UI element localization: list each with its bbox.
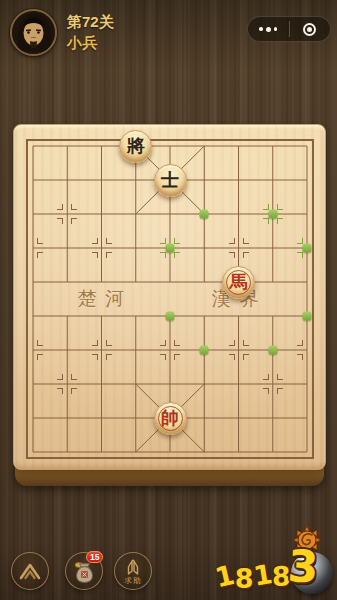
- watermark-digit: 8: [235, 565, 254, 592]
- wechat-capsule: [247, 16, 331, 42]
- red-piece-帥[interactable]: 帥: [154, 402, 187, 435]
- watermark-text: 18183: [213, 540, 320, 593]
- level-title: 第72关: [67, 13, 114, 32]
- collapse-button[interactable]: [11, 552, 49, 590]
- move-hint-dot[interactable]: [268, 210, 277, 219]
- black-piece-士[interactable]: 士: [154, 164, 187, 197]
- hint-count-badge: 15: [86, 551, 103, 563]
- move-hint-dot[interactable]: [200, 210, 209, 219]
- watermark-digit: 1: [213, 561, 237, 592]
- river-label-left: 楚河: [69, 286, 134, 312]
- watermark-digit: 3: [287, 544, 320, 590]
- move-hint-dot[interactable]: [166, 312, 175, 321]
- piece-character: 士: [161, 171, 179, 189]
- move-hint-dot[interactable]: [166, 244, 175, 253]
- point-marker: [229, 340, 249, 360]
- point-marker: [23, 340, 43, 360]
- move-hint-dot[interactable]: [303, 312, 312, 321]
- chevron-pyramid-icon: [18, 561, 42, 581]
- watermark-18183: 18183: [213, 526, 335, 594]
- more-button[interactable]: [248, 17, 289, 41]
- game-screen: 第72关 小兵 楚河 漢界 將士馬帥: [0, 0, 337, 600]
- piece-character: 將: [127, 137, 145, 155]
- red-piece-馬[interactable]: 馬: [222, 266, 255, 299]
- point-marker: [23, 238, 43, 258]
- point-marker: [160, 340, 180, 360]
- help-button[interactable]: 求助: [114, 552, 152, 590]
- more-icon: [259, 27, 277, 32]
- point-marker: [297, 340, 317, 360]
- black-piece-將[interactable]: 將: [119, 130, 152, 163]
- move-hint-dot[interactable]: [268, 346, 277, 355]
- circle-target-icon: [303, 23, 316, 36]
- player-name: 小兵: [67, 34, 97, 53]
- point-marker: [92, 238, 112, 258]
- move-hint-dot[interactable]: [200, 346, 209, 355]
- point-marker: [57, 204, 77, 224]
- piece-character: 馬: [230, 273, 248, 291]
- point-marker: [263, 374, 283, 394]
- praying-hands-icon: [122, 559, 144, 577]
- point-marker: [92, 340, 112, 360]
- point-marker: [57, 374, 77, 394]
- move-hint-dot[interactable]: [303, 244, 312, 253]
- help-button-label: 求助: [115, 576, 151, 586]
- xiangqi-board: 楚河 漢界 將士馬帥: [13, 124, 326, 470]
- player-avatar[interactable]: [10, 9, 57, 56]
- hint-bag-button[interactable]: 15: [65, 552, 103, 590]
- piece-character: 帥: [161, 409, 179, 427]
- avatar-portrait-icon: [12, 11, 55, 54]
- point-marker: [229, 238, 249, 258]
- exit-button[interactable]: [290, 17, 331, 41]
